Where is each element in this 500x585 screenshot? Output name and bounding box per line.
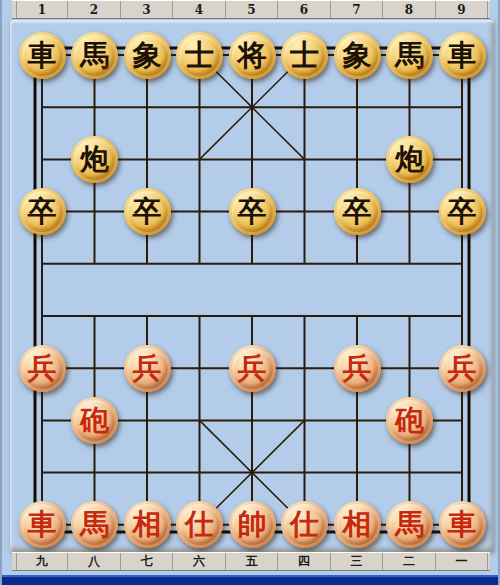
piece-red-soldier-f3[interactable]: 兵 xyxy=(124,345,171,392)
file-label-5: 5 xyxy=(226,1,278,18)
piece-red-general-f5[interactable]: 帥 xyxy=(229,501,276,548)
piece-red-cannon-f8[interactable]: 砲 xyxy=(386,397,433,444)
bottom-coordinate-bar: 九八七六五四三二一 xyxy=(12,552,490,571)
piece-black-soldier-f7[interactable]: 卒 xyxy=(334,188,381,235)
file-label-cn-6: 四 xyxy=(279,553,331,570)
file-label-4: 4 xyxy=(174,1,226,18)
piece-red-soldier-f1[interactable]: 兵 xyxy=(19,345,66,392)
file-label-cn-1: 九 xyxy=(16,553,68,570)
file-label-cn-9: 一 xyxy=(436,553,488,570)
file-label-cn-8: 二 xyxy=(384,553,436,570)
piece-black-soldier-f5[interactable]: 卒 xyxy=(229,188,276,235)
piece-red-chariot-f9[interactable]: 車 xyxy=(439,501,486,548)
file-label-cn-4: 六 xyxy=(174,553,226,570)
file-label-9: 9 xyxy=(436,1,488,18)
piece-red-elephant-f7[interactable]: 相 xyxy=(334,501,381,548)
window-bottom-border xyxy=(2,575,500,585)
file-label-6: 6 xyxy=(279,1,331,18)
piece-red-advisor-f6[interactable]: 仕 xyxy=(281,501,328,548)
piece-black-horse-f2[interactable]: 馬 xyxy=(71,32,118,79)
piece-black-chariot-f1[interactable]: 車 xyxy=(19,32,66,79)
piece-black-horse-f8[interactable]: 馬 xyxy=(386,32,433,79)
piece-black-soldier-f3[interactable]: 卒 xyxy=(124,188,171,235)
piece-red-advisor-f4[interactable]: 仕 xyxy=(176,501,223,548)
file-label-cn-3: 七 xyxy=(121,553,173,570)
file-label-1: 1 xyxy=(16,1,68,18)
file-label-cn-7: 三 xyxy=(331,553,383,570)
piece-black-soldier-f1[interactable]: 卒 xyxy=(19,188,66,235)
piece-black-chariot-f9[interactable]: 車 xyxy=(439,32,486,79)
xiangqi-window: 123456789 九八七六五四三二一 車馬象士将士象馬車炮炮卒卒卒卒卒兵兵兵兵… xyxy=(0,0,500,585)
piece-black-general-f5[interactable]: 将 xyxy=(229,32,276,79)
piece-black-advisor-f6[interactable]: 士 xyxy=(281,32,328,79)
piece-red-chariot-f1[interactable]: 車 xyxy=(19,501,66,548)
piece-black-elephant-f3[interactable]: 象 xyxy=(124,32,171,79)
piece-red-horse-f8[interactable]: 馬 xyxy=(386,501,433,548)
top-coordinate-bar: 123456789 xyxy=(12,0,490,19)
file-label-cn-5: 五 xyxy=(226,553,278,570)
piece-red-cannon-f2[interactable]: 砲 xyxy=(71,397,118,444)
board-grid xyxy=(2,0,500,585)
piece-red-soldier-f7[interactable]: 兵 xyxy=(334,345,381,392)
piece-black-cannon-f8[interactable]: 炮 xyxy=(386,136,433,183)
piece-black-advisor-f4[interactable]: 士 xyxy=(176,32,223,79)
file-label-8: 8 xyxy=(384,1,436,18)
piece-black-elephant-f7[interactable]: 象 xyxy=(334,32,381,79)
piece-black-cannon-f2[interactable]: 炮 xyxy=(71,136,118,183)
piece-red-horse-f2[interactable]: 馬 xyxy=(71,501,118,548)
file-label-cn-2: 八 xyxy=(69,553,121,570)
piece-red-soldier-f9[interactable]: 兵 xyxy=(439,345,486,392)
file-label-2: 2 xyxy=(69,1,121,18)
piece-black-soldier-f9[interactable]: 卒 xyxy=(439,188,486,235)
file-label-3: 3 xyxy=(121,1,173,18)
piece-red-soldier-f5[interactable]: 兵 xyxy=(229,345,276,392)
piece-red-elephant-f3[interactable]: 相 xyxy=(124,501,171,548)
file-label-7: 7 xyxy=(331,1,383,18)
